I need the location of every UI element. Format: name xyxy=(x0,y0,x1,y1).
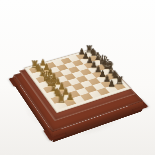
scene: ♜♟♟♜♞♟♟♞♝♟♟♝♛♟♟♛♚♟♟♚♝♟♟♝♞♟♟♞♜♟♟♜ xyxy=(0,0,155,155)
chess-set-photo: ♜♟♟♜♞♟♟♞♝♟♟♝♛♟♟♛♚♟♟♚♝♟♟♝♞♟♟♞♜♟♟♜ xyxy=(0,0,155,155)
piece-white-pawn-h2: ♟ xyxy=(65,91,75,102)
piece-white-pawn-g2: ♟ xyxy=(61,86,70,97)
piece-white-pawn-f2: ♟ xyxy=(57,81,66,91)
piece-white-knight-g1: ♞ xyxy=(52,87,62,100)
piece-white-rook-h1: ♜ xyxy=(56,93,66,105)
